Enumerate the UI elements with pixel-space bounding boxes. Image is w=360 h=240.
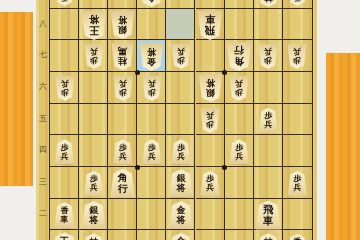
piece-kanji: 兵 xyxy=(293,183,301,192)
rank-label-4: 四 xyxy=(37,145,49,155)
piece-kanji: 歩 xyxy=(90,57,98,66)
piece-kanji: 兵 xyxy=(90,48,98,57)
piece-kanji: 歩 xyxy=(90,174,98,183)
piece-kanji: 兵 xyxy=(148,79,156,88)
piece-kanji: 歩 xyxy=(61,88,69,97)
piece-kanji: 香 xyxy=(293,0,301,3)
square-17[interactable] xyxy=(50,40,79,72)
piece-kanji: 歩 xyxy=(293,57,301,66)
square-67[interactable] xyxy=(196,40,225,72)
rank-label-3: 三 xyxy=(37,177,49,187)
hoshi-dot xyxy=(222,70,227,75)
piece-kanji: 香 xyxy=(61,0,69,3)
piece-44-gote-pawn[interactable]: 歩兵 xyxy=(142,139,162,164)
piece-kanji: 行 xyxy=(234,46,244,57)
piece-kanji: 歩 xyxy=(206,120,214,129)
piece-kanji: 兵 xyxy=(119,79,127,88)
piece-63-gote-pawn[interactable]: 歩兵 xyxy=(200,171,220,196)
square-24[interactable] xyxy=(79,135,108,167)
piece-kanji: 兵 xyxy=(177,48,185,57)
square-92[interactable] xyxy=(283,199,312,231)
piece-kanji: 将 xyxy=(176,215,185,225)
piece-kanji: 将 xyxy=(89,14,99,25)
piece-kanji: 将 xyxy=(118,16,127,26)
square-86[interactable] xyxy=(254,72,283,104)
piece-kanji: 歩 xyxy=(177,57,185,66)
square-62[interactable] xyxy=(196,199,225,231)
square-98[interactable] xyxy=(283,9,312,41)
piece-kanji: 金 xyxy=(176,205,185,215)
piece-kanji: 将 xyxy=(89,215,98,225)
piece-kanji: 玉 xyxy=(60,236,70,240)
piece-68-sente-rook[interactable]: 飛車 xyxy=(197,11,223,40)
square-39[interactable] xyxy=(108,0,137,9)
piece-kanji: 兵 xyxy=(148,152,156,161)
rank-label-5: 五 xyxy=(37,114,49,124)
piece-kanji: 角 xyxy=(234,57,244,68)
piece-kanji: 将 xyxy=(147,47,156,57)
piece-kanji: 兵 xyxy=(206,183,214,192)
piece-kanji: 車 xyxy=(263,215,273,226)
square-75[interactable] xyxy=(225,104,254,136)
square-25[interactable] xyxy=(79,104,108,136)
piece-kanji: 兵 xyxy=(177,152,185,161)
right-komadai-panel xyxy=(326,53,360,240)
piece-kanji: 歩 xyxy=(206,174,214,183)
square-42[interactable] xyxy=(137,199,166,231)
piece-54-gote-pawn[interactable]: 歩兵 xyxy=(171,139,191,164)
piece-kanji: 車 xyxy=(61,215,69,224)
piece-kanji: 銀 xyxy=(176,173,185,183)
square-88[interactable] xyxy=(254,9,283,41)
piece-14-gote-pawn[interactable]: 歩兵 xyxy=(55,139,75,164)
piece-kanji: 歩 xyxy=(177,143,185,152)
piece-kanji: 歩 xyxy=(235,143,243,152)
hoshi-dot xyxy=(222,165,227,170)
piece-kanji: 兵 xyxy=(264,48,272,57)
piece-kanji: 歩 xyxy=(293,174,301,183)
square-43[interactable] xyxy=(137,167,166,199)
square-48[interactable] xyxy=(137,9,166,41)
square-29[interactable] xyxy=(79,0,108,9)
piece-kanji: 歩 xyxy=(264,57,272,66)
square-72[interactable] xyxy=(225,199,254,231)
square-58[interactable] xyxy=(166,9,195,41)
square-69[interactable] xyxy=(196,0,225,9)
square-15[interactable] xyxy=(50,104,79,136)
square-13[interactable] xyxy=(50,167,79,199)
square-18[interactable] xyxy=(50,9,79,41)
piece-kanji: 車 xyxy=(205,14,215,25)
piece-kanji: 兵 xyxy=(206,111,214,120)
square-64[interactable] xyxy=(196,135,225,167)
piece-kanji: 馬 xyxy=(118,47,127,57)
piece-kanji: 兵 xyxy=(235,152,243,161)
square-55[interactable] xyxy=(166,104,195,136)
piece-kanji: 銀 xyxy=(118,26,127,36)
shogi-app-screen: 香車桂馬金将香車飛車銀将王将歩兵歩兵角行歩兵金将桂馬歩兵歩兵銀将歩兵歩兵歩兵歩兵… xyxy=(0,0,360,240)
square-96[interactable] xyxy=(283,72,312,104)
piece-kanji: 金 xyxy=(147,0,156,4)
square-35[interactable] xyxy=(108,104,137,136)
piece-kanji: 飛 xyxy=(263,204,273,215)
piece-kanji: 行 xyxy=(118,183,128,194)
piece-kanji: 将 xyxy=(206,79,215,89)
square-59[interactable] xyxy=(166,0,195,9)
piece-34-gote-pawn[interactable]: 歩兵 xyxy=(113,139,133,164)
piece-kanji: 将 xyxy=(176,183,185,193)
piece-65-sente-pawn[interactable]: 歩兵 xyxy=(200,108,220,133)
square-41[interactable] xyxy=(137,230,166,240)
piece-kanji: 歩 xyxy=(264,111,272,120)
rank-label-6: 六 xyxy=(37,82,49,92)
piece-kanji: 兵 xyxy=(61,152,69,161)
rank-label-8: 八 xyxy=(37,19,49,29)
board-grid[interactable]: 香車桂馬金将香車飛車銀将王将歩兵歩兵角行歩兵金将桂馬歩兵歩兵銀将歩兵歩兵歩兵歩兵… xyxy=(49,0,313,240)
piece-kanji: 歩 xyxy=(235,88,243,97)
piece-93-gote-pawn[interactable]: 歩兵 xyxy=(287,171,307,196)
square-73[interactable] xyxy=(225,167,254,199)
piece-85-gote-pawn[interactable]: 歩兵 xyxy=(258,108,278,133)
square-71[interactable] xyxy=(225,230,254,240)
square-32[interactable] xyxy=(108,199,137,231)
piece-kanji: 飛 xyxy=(205,25,215,36)
square-94[interactable] xyxy=(283,135,312,167)
shogi-board[interactable]: 香車桂馬金将香車飛車銀将王将歩兵歩兵角行歩兵金将桂馬歩兵歩兵銀将歩兵歩兵歩兵歩兵… xyxy=(36,0,317,240)
piece-kanji: 桂 xyxy=(264,0,273,3)
piece-kanji: 銀 xyxy=(89,205,98,215)
piece-kanji: 歩 xyxy=(119,88,127,97)
piece-kanji: 王 xyxy=(89,25,99,36)
square-78[interactable] xyxy=(225,9,254,41)
piece-74-gote-pawn[interactable]: 歩兵 xyxy=(229,139,249,164)
piece-kanji: 兵 xyxy=(264,120,272,129)
square-79[interactable] xyxy=(225,0,254,9)
piece-kanji: 角 xyxy=(118,172,128,183)
piece-23-gote-pawn[interactable]: 歩兵 xyxy=(84,171,104,196)
piece-kanji: 金 xyxy=(147,57,156,67)
piece-kanji: 兵 xyxy=(61,79,69,88)
piece-kanji: 銀 xyxy=(206,89,215,99)
hoshi-dot xyxy=(135,165,140,170)
piece-kanji: 歩 xyxy=(119,143,127,152)
square-45[interactable] xyxy=(137,104,166,136)
square-83[interactable] xyxy=(254,167,283,199)
piece-kanji: 歩 xyxy=(148,88,156,97)
piece-kanji: 兵 xyxy=(293,48,301,57)
rank-label-7: 七 xyxy=(37,50,49,60)
square-56[interactable] xyxy=(166,72,195,104)
piece-kanji: 歩 xyxy=(148,143,156,152)
piece-kanji: 香 xyxy=(61,206,69,215)
piece-kanji: 歩 xyxy=(61,143,69,152)
square-84[interactable] xyxy=(254,135,283,167)
piece-kanji: 兵 xyxy=(119,152,127,161)
square-95[interactable] xyxy=(283,104,312,136)
square-26[interactable] xyxy=(79,72,108,104)
rank-label-2: 二 xyxy=(37,209,49,219)
square-31[interactable] xyxy=(108,230,137,240)
piece-kanji: 桂 xyxy=(118,57,127,67)
piece-kanji: 兵 xyxy=(235,79,243,88)
piece-kanji: 兵 xyxy=(90,183,98,192)
piece-kanji: 金 xyxy=(176,236,185,240)
left-komadai-panel xyxy=(0,12,33,186)
hoshi-dot xyxy=(135,70,140,75)
square-61[interactable] xyxy=(196,230,225,240)
